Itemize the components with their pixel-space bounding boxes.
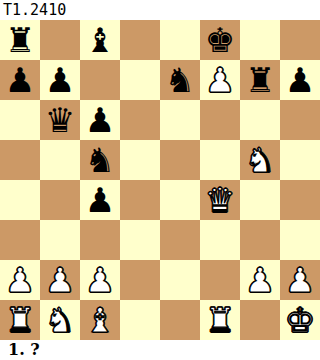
square-e2[interactable] — [160, 260, 200, 300]
square-f7[interactable]: ♟ — [200, 60, 240, 100]
chess-puzzle-app: T1.2410 ♜♝♚♟♟♞♟♜♟♛♟♞♞♟♛♟♟♟♟♟♜♞♝♜♚ 1. ? — [0, 0, 320, 360]
square-a4[interactable] — [0, 180, 40, 220]
square-c7[interactable] — [80, 60, 120, 100]
square-b3[interactable] — [40, 220, 80, 260]
white-pawn-a2: ♟ — [5, 260, 35, 300]
square-a2[interactable]: ♟ — [0, 260, 40, 300]
footer-bar: 1. ? — [0, 340, 320, 360]
square-b2[interactable]: ♟ — [40, 260, 80, 300]
square-e8[interactable] — [160, 20, 200, 60]
square-h4[interactable] — [280, 180, 320, 220]
square-b5[interactable] — [40, 140, 80, 180]
square-g5[interactable]: ♞ — [240, 140, 280, 180]
black-knight-c5: ♞ — [85, 140, 115, 180]
white-bishop-c1: ♝ — [85, 300, 115, 340]
square-c5[interactable]: ♞ — [80, 140, 120, 180]
black-queen-b6: ♛ — [45, 100, 75, 140]
square-f8[interactable]: ♚ — [200, 20, 240, 60]
square-c8[interactable]: ♝ — [80, 20, 120, 60]
square-f6[interactable] — [200, 100, 240, 140]
square-e6[interactable] — [160, 100, 200, 140]
black-rook-a8: ♜ — [5, 20, 35, 60]
square-a7[interactable]: ♟ — [0, 60, 40, 100]
white-pawn-g2: ♟ — [245, 260, 275, 300]
white-king-h1: ♚ — [285, 300, 315, 340]
square-d5[interactable] — [120, 140, 160, 180]
square-e7[interactable]: ♞ — [160, 60, 200, 100]
square-a1[interactable]: ♜ — [0, 300, 40, 340]
square-a3[interactable] — [0, 220, 40, 260]
square-b6[interactable]: ♛ — [40, 100, 80, 140]
black-bishop-c8: ♝ — [85, 20, 115, 60]
puzzle-title: T1.2410 — [0, 0, 66, 20]
square-c2[interactable]: ♟ — [80, 260, 120, 300]
white-rook-f1: ♜ — [205, 300, 235, 340]
square-d1[interactable] — [120, 300, 160, 340]
square-f3[interactable] — [200, 220, 240, 260]
black-knight-e7: ♞ — [165, 60, 195, 100]
square-c4[interactable]: ♟ — [80, 180, 120, 220]
square-b8[interactable] — [40, 20, 80, 60]
black-pawn-a7: ♟ — [5, 60, 35, 100]
square-d3[interactable] — [120, 220, 160, 260]
square-h8[interactable] — [280, 20, 320, 60]
square-d4[interactable] — [120, 180, 160, 220]
square-f5[interactable] — [200, 140, 240, 180]
square-b1[interactable]: ♞ — [40, 300, 80, 340]
square-a8[interactable]: ♜ — [0, 20, 40, 60]
move-prompt: 1. ? — [0, 340, 40, 360]
square-h6[interactable] — [280, 100, 320, 140]
square-e1[interactable] — [160, 300, 200, 340]
black-pawn-h7: ♟ — [285, 60, 315, 100]
black-king-f8: ♚ — [205, 20, 235, 60]
square-f2[interactable] — [200, 260, 240, 300]
square-g7[interactable]: ♜ — [240, 60, 280, 100]
square-b7[interactable]: ♟ — [40, 60, 80, 100]
square-f4[interactable]: ♛ — [200, 180, 240, 220]
square-g3[interactable] — [240, 220, 280, 260]
square-g6[interactable] — [240, 100, 280, 140]
square-g2[interactable]: ♟ — [240, 260, 280, 300]
square-h7[interactable]: ♟ — [280, 60, 320, 100]
white-knight-b1: ♞ — [45, 300, 75, 340]
square-h2[interactable]: ♟ — [280, 260, 320, 300]
square-f1[interactable]: ♜ — [200, 300, 240, 340]
black-rook-g7: ♜ — [245, 60, 275, 100]
black-pawn-c6: ♟ — [85, 100, 115, 140]
square-g1[interactable] — [240, 300, 280, 340]
square-d2[interactable] — [120, 260, 160, 300]
square-a5[interactable] — [0, 140, 40, 180]
square-e5[interactable] — [160, 140, 200, 180]
black-pawn-c4: ♟ — [85, 180, 115, 220]
square-h5[interactable] — [280, 140, 320, 180]
title-bar: T1.2410 — [0, 0, 320, 20]
square-d6[interactable] — [120, 100, 160, 140]
white-pawn-h2: ♟ — [285, 260, 315, 300]
square-g4[interactable] — [240, 180, 280, 220]
square-c1[interactable]: ♝ — [80, 300, 120, 340]
black-pawn-b7: ♟ — [45, 60, 75, 100]
white-pawn-b2: ♟ — [45, 260, 75, 300]
square-d8[interactable] — [120, 20, 160, 60]
square-d7[interactable] — [120, 60, 160, 100]
square-e3[interactable] — [160, 220, 200, 260]
white-knight-g5: ♞ — [245, 140, 275, 180]
square-c6[interactable]: ♟ — [80, 100, 120, 140]
white-pawn-c2: ♟ — [85, 260, 115, 300]
square-h1[interactable]: ♚ — [280, 300, 320, 340]
white-queen-f4: ♛ — [205, 180, 235, 220]
white-rook-a1: ♜ — [5, 300, 35, 340]
square-h3[interactable] — [280, 220, 320, 260]
square-a6[interactable] — [0, 100, 40, 140]
square-e4[interactable] — [160, 180, 200, 220]
square-c3[interactable] — [80, 220, 120, 260]
white-pawn-f7: ♟ — [205, 60, 235, 100]
square-b4[interactable] — [40, 180, 80, 220]
square-g8[interactable] — [240, 20, 280, 60]
chess-board: ♜♝♚♟♟♞♟♜♟♛♟♞♞♟♛♟♟♟♟♟♜♞♝♜♚ — [0, 20, 320, 340]
